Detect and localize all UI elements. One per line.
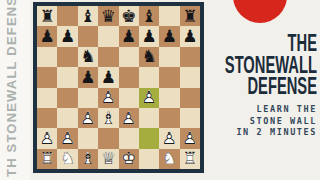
piece-black-pawn: ♟ (182, 28, 197, 45)
square-a5[interactable] (37, 67, 57, 87)
subtitle-line-1: LEARN THE (236, 104, 317, 116)
square-e5[interactable] (119, 67, 139, 87)
piece-white-bishop: ♝♗ (101, 110, 116, 127)
piece-black-knight: ♞ (141, 48, 156, 65)
piece-black-bishop: ♝ (141, 8, 156, 25)
piece-white-rook: ♜♖ (40, 150, 55, 167)
piece-black-pawn: ♟ (121, 28, 136, 45)
square-h3[interactable] (180, 108, 200, 128)
square-f1[interactable] (139, 149, 159, 169)
right-panel: THE STONEWALL DEFENSE LEARN THE STONE WA… (205, 0, 320, 180)
square-b3[interactable] (57, 108, 77, 128)
square-c8[interactable]: ♝ (78, 6, 98, 26)
piece-white-knight: ♞♘ (60, 150, 75, 167)
square-e8[interactable]: ♚ (119, 6, 139, 26)
square-b2[interactable]: ♟♙ (57, 128, 77, 148)
square-g2[interactable]: ♟♙ (159, 128, 179, 148)
square-b5[interactable] (57, 67, 77, 87)
square-g6[interactable] (159, 47, 179, 67)
square-h7[interactable]: ♟ (180, 26, 200, 46)
left-banner-text: TH STONEWALL DEFENSE (4, 0, 19, 177)
piece-white-pawn: ♟♙ (182, 130, 197, 147)
square-f2[interactable] (139, 128, 159, 148)
square-a8[interactable]: ♜ (37, 6, 57, 26)
square-f8[interactable]: ♝ (139, 6, 159, 26)
square-g3[interactable] (159, 108, 179, 128)
square-g7[interactable]: ♟ (159, 26, 179, 46)
square-a7[interactable]: ♟ (37, 26, 57, 46)
square-h8[interactable]: ♜ (180, 6, 200, 26)
square-d2[interactable] (98, 128, 118, 148)
piece-black-pawn: ♟ (162, 28, 177, 45)
piece-white-pawn: ♟♙ (40, 130, 55, 147)
square-g4[interactable] (159, 88, 179, 108)
piece-white-pawn: ♟♙ (101, 89, 116, 106)
piece-white-pawn: ♟♙ (141, 89, 156, 106)
square-b7[interactable]: ♟ (57, 26, 77, 46)
piece-black-pawn: ♟ (101, 69, 116, 86)
square-b1[interactable]: ♞♘ (57, 149, 77, 169)
chess-board-grid: ♜♝♛♚♝♜♟♟♟♟♟♟♞♞♟♟♟♙♟♙♟♙♝♗♟♙♟♙♟♙♟♙♟♙♜♖♞♘♝♗… (37, 6, 200, 169)
subtitle-line-2: STONE WALL (236, 116, 317, 128)
piece-black-pawn: ♟ (60, 28, 75, 45)
square-b4[interactable] (57, 88, 77, 108)
square-c5[interactable]: ♟ (78, 67, 98, 87)
piece-black-pawn: ♟ (40, 28, 55, 45)
piece-white-queen: ♛♕ (101, 150, 116, 167)
piece-black-pawn: ♟ (80, 69, 95, 86)
chess-board: ♜♝♛♚♝♜♟♟♟♟♟♟♞♞♟♟♟♙♟♙♟♙♝♗♟♙♟♙♟♙♟♙♟♙♜♖♞♘♝♗… (33, 2, 204, 173)
square-d6[interactable] (98, 47, 118, 67)
red-circle-decoration (233, 0, 287, 23)
square-e1[interactable]: ♚♔ (119, 149, 139, 169)
piece-black-pawn: ♟ (141, 28, 156, 45)
square-c4[interactable] (78, 88, 98, 108)
square-c6[interactable]: ♞ (78, 47, 98, 67)
square-h4[interactable] (180, 88, 200, 108)
square-f6[interactable]: ♞ (139, 47, 159, 67)
square-b6[interactable] (57, 47, 77, 67)
square-c7[interactable] (78, 26, 98, 46)
square-e3[interactable]: ♟♙ (119, 108, 139, 128)
square-g1[interactable]: ♞♘ (159, 149, 179, 169)
piece-white-pawn: ♟♙ (162, 130, 177, 147)
square-h2[interactable]: ♟♙ (180, 128, 200, 148)
piece-white-bishop: ♝♗ (80, 150, 95, 167)
square-h6[interactable] (180, 47, 200, 67)
square-c3[interactable]: ♟♙ (78, 108, 98, 128)
square-f4[interactable]: ♟♙ (139, 88, 159, 108)
square-f5[interactable] (139, 67, 159, 87)
square-a2[interactable]: ♟♙ (37, 128, 57, 148)
piece-black-knight: ♞ (80, 48, 95, 65)
piece-white-king: ♚♔ (121, 150, 136, 167)
square-g8[interactable] (159, 6, 179, 26)
square-e4[interactable] (119, 88, 139, 108)
piece-black-rook: ♜ (40, 8, 55, 25)
piece-white-rook: ♜♖ (182, 150, 197, 167)
square-e6[interactable] (119, 47, 139, 67)
square-a6[interactable] (37, 47, 57, 67)
piece-white-pawn: ♟♙ (80, 110, 95, 127)
square-h5[interactable] (180, 67, 200, 87)
video-subtitle: LEARN THE STONE WALL IN 2 MINUTES (236, 104, 317, 139)
square-c2[interactable] (78, 128, 98, 148)
square-f3[interactable] (139, 108, 159, 128)
square-e2[interactable] (119, 128, 139, 148)
piece-black-rook: ♜ (182, 8, 197, 25)
piece-black-king: ♚ (121, 8, 136, 25)
square-d8[interactable]: ♛ (98, 6, 118, 26)
piece-black-queen: ♛ (101, 8, 116, 25)
square-d7[interactable] (98, 26, 118, 46)
square-g5[interactable] (159, 67, 179, 87)
title-line-3: DEFENSE (225, 76, 317, 98)
square-f7[interactable]: ♟ (139, 26, 159, 46)
piece-black-bishop: ♝ (80, 8, 95, 25)
square-a1[interactable]: ♜♖ (37, 149, 57, 169)
square-a4[interactable] (37, 88, 57, 108)
video-title: THE STONEWALL DEFENSE (225, 33, 317, 98)
square-e7[interactable]: ♟ (119, 26, 139, 46)
square-d4[interactable]: ♟♙ (98, 88, 118, 108)
square-a3[interactable] (37, 108, 57, 128)
square-h1[interactable]: ♜♖ (180, 149, 200, 169)
piece-white-pawn: ♟♙ (121, 110, 136, 127)
subtitle-line-3: IN 2 MINUTES (236, 127, 317, 139)
square-d5[interactable]: ♟ (98, 67, 118, 87)
left-banner: TH STONEWALL DEFENSE (0, 0, 30, 180)
square-d3[interactable]: ♝♗ (98, 108, 118, 128)
square-c1[interactable]: ♝♗ (78, 149, 98, 169)
piece-white-pawn: ♟♙ (60, 130, 75, 147)
piece-white-knight: ♞♘ (162, 150, 177, 167)
square-d1[interactable]: ♛♕ (98, 149, 118, 169)
square-b8[interactable] (57, 6, 77, 26)
